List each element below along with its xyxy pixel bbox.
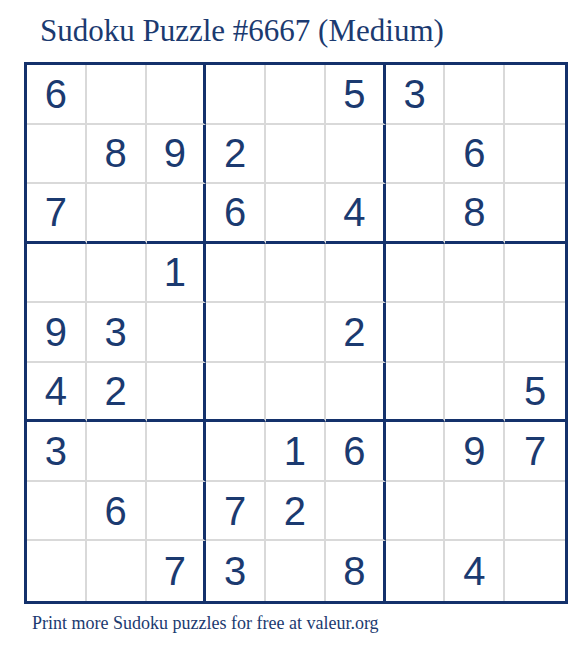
cell-r3c1: 7 bbox=[27, 184, 87, 244]
cell-r4c2 bbox=[87, 244, 147, 304]
cell-r2c5 bbox=[266, 125, 326, 185]
cell-r4c3: 1 bbox=[147, 244, 207, 304]
cell-r3c4: 6 bbox=[206, 184, 266, 244]
cell-r5c2: 3 bbox=[87, 303, 147, 363]
cell-r6c2: 2 bbox=[87, 363, 147, 423]
cell-r4c8 bbox=[445, 244, 505, 304]
cell-r2c6 bbox=[326, 125, 386, 185]
cell-r1c1: 6 bbox=[27, 65, 87, 125]
given-digit: 2 bbox=[343, 312, 365, 352]
cell-r9c3: 7 bbox=[147, 541, 207, 601]
cell-r6c3 bbox=[147, 363, 207, 423]
given-digit: 8 bbox=[105, 133, 127, 173]
cell-r1c3 bbox=[147, 65, 207, 125]
cell-r4c4 bbox=[206, 244, 266, 304]
cell-r2c3: 9 bbox=[147, 125, 207, 185]
given-digit: 1 bbox=[284, 431, 306, 471]
cell-r5c8 bbox=[445, 303, 505, 363]
cell-r5c9 bbox=[505, 303, 565, 363]
cell-r1c5 bbox=[266, 65, 326, 125]
cell-r8c1 bbox=[27, 482, 87, 542]
cell-r1c7: 3 bbox=[386, 65, 446, 125]
given-digit: 6 bbox=[105, 491, 127, 531]
given-digit: 6 bbox=[224, 192, 246, 232]
given-digit: 3 bbox=[224, 551, 246, 591]
given-digit: 4 bbox=[463, 551, 485, 591]
given-digit: 7 bbox=[45, 192, 67, 232]
cell-r6c9: 5 bbox=[505, 363, 565, 423]
given-digit: 2 bbox=[224, 133, 246, 173]
given-digit: 5 bbox=[524, 371, 546, 411]
given-digit: 6 bbox=[463, 133, 485, 173]
given-digit: 7 bbox=[224, 491, 246, 531]
given-digit: 4 bbox=[343, 192, 365, 232]
cell-r7c1: 3 bbox=[27, 422, 87, 482]
given-digit: 8 bbox=[463, 192, 485, 232]
cell-r4c7 bbox=[386, 244, 446, 304]
cell-r7c5: 1 bbox=[266, 422, 326, 482]
given-digit: 9 bbox=[45, 312, 67, 352]
cell-r5c4 bbox=[206, 303, 266, 363]
cell-r9c2 bbox=[87, 541, 147, 601]
cell-r9c8: 4 bbox=[445, 541, 505, 601]
cell-r9c4: 3 bbox=[206, 541, 266, 601]
given-digit: 7 bbox=[164, 551, 186, 591]
given-digit: 3 bbox=[403, 74, 425, 114]
cell-r2c1 bbox=[27, 125, 87, 185]
cell-r4c9 bbox=[505, 244, 565, 304]
cell-r3c8: 8 bbox=[445, 184, 505, 244]
given-digit: 2 bbox=[284, 491, 306, 531]
cell-r3c7 bbox=[386, 184, 446, 244]
cell-r7c6: 6 bbox=[326, 422, 386, 482]
cell-r1c9 bbox=[505, 65, 565, 125]
cell-r8c6 bbox=[326, 482, 386, 542]
page-title: Sudoku Puzzle #6667 (Medium) bbox=[40, 13, 444, 49]
cell-r9c7 bbox=[386, 541, 446, 601]
cell-r1c8 bbox=[445, 65, 505, 125]
given-digit: 4 bbox=[45, 371, 67, 411]
footer-text: Print more Sudoku puzzles for free at va… bbox=[32, 613, 379, 634]
cell-r5c7 bbox=[386, 303, 446, 363]
cell-r3c2 bbox=[87, 184, 147, 244]
cell-r4c5 bbox=[266, 244, 326, 304]
cell-r6c6 bbox=[326, 363, 386, 423]
cell-r2c4: 2 bbox=[206, 125, 266, 185]
cell-r8c7 bbox=[386, 482, 446, 542]
cell-r7c2 bbox=[87, 422, 147, 482]
cell-r4c6 bbox=[326, 244, 386, 304]
sudoku-board: 653892676481932425316976727384 bbox=[24, 62, 568, 604]
cell-r8c3 bbox=[147, 482, 207, 542]
cell-r3c5 bbox=[266, 184, 326, 244]
cell-r6c4 bbox=[206, 363, 266, 423]
given-digit: 2 bbox=[105, 371, 127, 411]
given-digit: 7 bbox=[524, 431, 546, 471]
cell-r8c4: 7 bbox=[206, 482, 266, 542]
cell-r2c2: 8 bbox=[87, 125, 147, 185]
given-digit: 6 bbox=[45, 74, 67, 114]
cell-r6c8 bbox=[445, 363, 505, 423]
cell-r4c1 bbox=[27, 244, 87, 304]
cell-r2c9 bbox=[505, 125, 565, 185]
given-digit: 9 bbox=[463, 431, 485, 471]
cell-r1c2 bbox=[87, 65, 147, 125]
cell-r8c5: 2 bbox=[266, 482, 326, 542]
cell-r7c9: 7 bbox=[505, 422, 565, 482]
sudoku-page: Sudoku Puzzle #6667 (Medium) 65389267648… bbox=[0, 0, 574, 651]
given-digit: 1 bbox=[164, 252, 186, 292]
cell-r7c3 bbox=[147, 422, 207, 482]
cell-r8c2: 6 bbox=[87, 482, 147, 542]
given-digit: 6 bbox=[343, 431, 365, 471]
cell-r5c6: 2 bbox=[326, 303, 386, 363]
cell-r6c7 bbox=[386, 363, 446, 423]
cell-r7c8: 9 bbox=[445, 422, 505, 482]
given-digit: 8 bbox=[343, 551, 365, 591]
cell-r2c7 bbox=[386, 125, 446, 185]
cell-r9c1 bbox=[27, 541, 87, 601]
cell-r5c1: 9 bbox=[27, 303, 87, 363]
cell-r7c4 bbox=[206, 422, 266, 482]
cell-r9c9 bbox=[505, 541, 565, 601]
cell-r3c3 bbox=[147, 184, 207, 244]
cell-r5c3 bbox=[147, 303, 207, 363]
cell-r3c6: 4 bbox=[326, 184, 386, 244]
cell-r6c5 bbox=[266, 363, 326, 423]
cell-r8c8 bbox=[445, 482, 505, 542]
cell-r9c6: 8 bbox=[326, 541, 386, 601]
given-digit: 3 bbox=[45, 431, 67, 471]
cell-r9c5 bbox=[266, 541, 326, 601]
cell-r5c5 bbox=[266, 303, 326, 363]
given-digit: 3 bbox=[105, 312, 127, 352]
cell-r8c9 bbox=[505, 482, 565, 542]
cell-r7c7 bbox=[386, 422, 446, 482]
given-digit: 9 bbox=[164, 133, 186, 173]
cell-r3c9 bbox=[505, 184, 565, 244]
cell-r2c8: 6 bbox=[445, 125, 505, 185]
given-digit: 5 bbox=[343, 74, 365, 114]
cell-r1c4 bbox=[206, 65, 266, 125]
cell-r1c6: 5 bbox=[326, 65, 386, 125]
cell-r6c1: 4 bbox=[27, 363, 87, 423]
